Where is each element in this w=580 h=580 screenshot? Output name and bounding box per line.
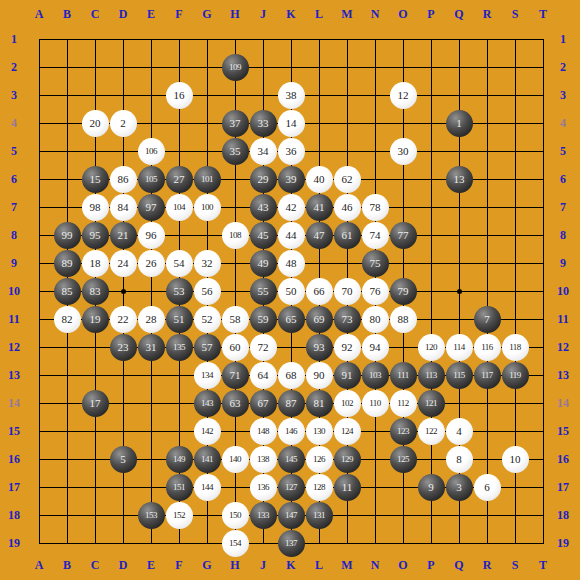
stone-white-94-N12[interactable]: 94 <box>362 334 389 361</box>
stone-white-122-P15[interactable]: 122 <box>418 418 445 445</box>
row-label-right-5: 5 <box>560 145 566 157</box>
stone-black-97-E7[interactable]: 97 <box>138 194 165 221</box>
stone-black-27-F6[interactable]: 27 <box>166 166 193 193</box>
row-label-right-15: 15 <box>557 425 569 437</box>
row-label-right-16: 16 <box>557 453 569 465</box>
move-number: 22 <box>118 314 129 325</box>
stone-white-32-G9[interactable]: 32 <box>194 250 221 277</box>
move-number: 20 <box>90 118 101 129</box>
move-number: 62 <box>342 174 353 185</box>
col-label-top-L: L <box>315 8 323 20</box>
stone-black-125-O16[interactable]: 125 <box>390 446 417 473</box>
stone-black-69-L11[interactable]: 69 <box>306 306 333 333</box>
move-number: 76 <box>370 286 381 297</box>
stone-white-78-N7[interactable]: 78 <box>362 194 389 221</box>
stone-black-17-C14[interactable]: 17 <box>82 390 109 417</box>
move-number: 79 <box>398 286 409 297</box>
stone-black-11-M17[interactable]: 11 <box>334 474 361 501</box>
stone-white-42-K7[interactable]: 42 <box>278 194 305 221</box>
stone-white-52-G11[interactable]: 52 <box>194 306 221 333</box>
move-number: 136 <box>257 483 269 492</box>
stone-black-9-P17[interactable]: 9 <box>418 474 445 501</box>
stone-black-31-E12[interactable]: 31 <box>138 334 165 361</box>
row-label-right-9: 9 <box>560 257 566 269</box>
move-number: 63 <box>230 398 241 409</box>
stone-black-83-C10[interactable]: 83 <box>82 278 109 305</box>
stone-white-82-B11[interactable]: 82 <box>54 306 81 333</box>
move-number: 73 <box>342 314 353 325</box>
stone-black-87-K14[interactable]: 87 <box>278 390 305 417</box>
stone-white-106-E5[interactable]: 106 <box>138 138 165 165</box>
stone-black-29-J6[interactable]: 29 <box>250 166 277 193</box>
move-number: 68 <box>286 370 297 381</box>
stone-white-124-M15[interactable]: 124 <box>334 418 361 445</box>
stone-black-99-B8[interactable]: 99 <box>54 222 81 249</box>
row-label-right-6: 6 <box>560 173 566 185</box>
col-label-top-T: T <box>539 8 547 20</box>
stone-white-14-K4[interactable]: 14 <box>278 110 305 137</box>
move-number: 44 <box>286 230 297 241</box>
stone-white-2-D4[interactable]: 2 <box>110 110 137 137</box>
move-number: 77 <box>398 230 409 241</box>
stone-black-51-F11[interactable]: 51 <box>166 306 193 333</box>
move-number: 144 <box>201 483 213 492</box>
col-label-top-O: O <box>398 8 407 20</box>
stone-black-45-J8[interactable]: 45 <box>250 222 277 249</box>
stone-white-44-K8[interactable]: 44 <box>278 222 305 249</box>
stone-white-126-L16[interactable]: 126 <box>306 446 333 473</box>
stone-white-74-N8[interactable]: 74 <box>362 222 389 249</box>
stone-black-37-H4[interactable]: 37 <box>222 110 249 137</box>
col-label-bottom-G: G <box>202 559 211 571</box>
move-number: 151 <box>173 483 185 492</box>
col-label-top-J: J <box>260 8 266 20</box>
move-number: 50 <box>286 286 297 297</box>
move-number: 61 <box>342 230 353 241</box>
stone-black-115-Q13[interactable]: 115 <box>446 362 473 389</box>
stone-black-61-M8[interactable]: 61 <box>334 222 361 249</box>
stone-black-129-M16[interactable]: 129 <box>334 446 361 473</box>
stone-white-136-J17[interactable]: 136 <box>250 474 277 501</box>
row-label-right-4: 4 <box>560 117 566 129</box>
col-label-bottom-B: B <box>63 559 71 571</box>
move-number: 69 <box>314 314 325 325</box>
move-number: 147 <box>285 511 297 520</box>
move-number: 60 <box>230 342 241 353</box>
move-number: 83 <box>90 286 101 297</box>
move-number: 152 <box>173 511 185 520</box>
stone-black-135-F12[interactable]: 135 <box>166 334 193 361</box>
stone-white-70-M10[interactable]: 70 <box>334 278 361 305</box>
stone-white-96-E8[interactable]: 96 <box>138 222 165 249</box>
stone-white-64-J13[interactable]: 64 <box>250 362 277 389</box>
row-label-left-11: 11 <box>8 313 19 325</box>
move-number: 100 <box>201 203 213 212</box>
stone-white-114-Q12[interactable]: 114 <box>446 334 473 361</box>
move-number: 49 <box>258 258 269 269</box>
stone-white-98-C7[interactable]: 98 <box>82 194 109 221</box>
move-number: 91 <box>342 370 353 381</box>
move-number: 5 <box>120 454 126 465</box>
stone-white-36-K5[interactable]: 36 <box>278 138 305 165</box>
stone-black-113-P13[interactable]: 113 <box>418 362 445 389</box>
stone-black-73-M11[interactable]: 73 <box>334 306 361 333</box>
stone-white-128-L17[interactable]: 128 <box>306 474 333 501</box>
row-label-left-16: 16 <box>8 453 20 465</box>
stone-white-40-L6[interactable]: 40 <box>306 166 333 193</box>
row-label-right-7: 7 <box>560 201 566 213</box>
stone-white-24-D9[interactable]: 24 <box>110 250 137 277</box>
stone-white-142-G15[interactable]: 142 <box>194 418 221 445</box>
stone-white-34-J5[interactable]: 34 <box>250 138 277 165</box>
stone-black-117-R13[interactable]: 117 <box>474 362 501 389</box>
move-number: 127 <box>285 483 297 492</box>
stone-black-145-K16[interactable]: 145 <box>278 446 305 473</box>
move-number: 150 <box>229 511 241 520</box>
stone-black-57-G12[interactable]: 57 <box>194 334 221 361</box>
stone-black-143-G14[interactable]: 143 <box>194 390 221 417</box>
move-number: 104 <box>173 203 185 212</box>
move-number: 47 <box>314 230 325 241</box>
move-number: 122 <box>425 427 437 436</box>
row-label-left-7: 7 <box>11 201 17 213</box>
move-number: 26 <box>146 258 157 269</box>
move-number: 38 <box>286 90 297 101</box>
stone-white-148-J15[interactable]: 148 <box>250 418 277 445</box>
stone-white-84-D7[interactable]: 84 <box>110 194 137 221</box>
move-number: 86 <box>118 174 129 185</box>
stone-black-79-O10[interactable]: 79 <box>390 278 417 305</box>
stone-black-77-O8[interactable]: 77 <box>390 222 417 249</box>
stone-white-22-D11[interactable]: 22 <box>110 306 137 333</box>
row-label-left-6: 6 <box>11 173 17 185</box>
move-number: 51 <box>174 314 185 325</box>
move-number: 56 <box>202 286 213 297</box>
col-label-bottom-K: K <box>286 559 295 571</box>
col-label-top-B: B <box>63 8 71 20</box>
stone-black-19-C11[interactable]: 19 <box>82 306 109 333</box>
stone-white-8-Q16[interactable]: 8 <box>446 446 473 473</box>
stone-black-13-Q6[interactable]: 13 <box>446 166 473 193</box>
stone-black-5-D16[interactable]: 5 <box>110 446 137 473</box>
move-number: 65 <box>286 314 297 325</box>
stone-black-89-B9[interactable]: 89 <box>54 250 81 277</box>
move-number: 118 <box>509 343 521 352</box>
stone-white-140-H16[interactable]: 140 <box>222 446 249 473</box>
stone-black-49-J9[interactable]: 49 <box>250 250 277 277</box>
stone-white-18-C9[interactable]: 18 <box>82 250 109 277</box>
stone-black-75-N9[interactable]: 75 <box>362 250 389 277</box>
move-number: 19 <box>90 314 101 325</box>
stone-black-65-K11[interactable]: 65 <box>278 306 305 333</box>
move-number: 110 <box>369 399 381 408</box>
col-label-top-C: C <box>91 8 100 20</box>
move-number: 9 <box>428 482 434 493</box>
col-label-top-G: G <box>202 8 211 20</box>
stone-white-54-F9[interactable]: 54 <box>166 250 193 277</box>
stone-black-133-J18[interactable]: 133 <box>250 502 277 529</box>
move-number: 129 <box>341 455 353 464</box>
move-number: 66 <box>314 286 325 297</box>
stone-white-62-M6[interactable]: 62 <box>334 166 361 193</box>
stone-black-149-F16[interactable]: 149 <box>166 446 193 473</box>
stone-white-28-E11[interactable]: 28 <box>138 306 165 333</box>
move-number: 82 <box>62 314 73 325</box>
stone-black-63-H14[interactable]: 63 <box>222 390 249 417</box>
stone-white-120-P12[interactable]: 120 <box>418 334 445 361</box>
col-label-top-H: H <box>230 8 239 20</box>
stone-black-109-H2[interactable]: 109 <box>222 54 249 81</box>
col-label-bottom-E: E <box>147 559 155 571</box>
move-number: 126 <box>313 455 325 464</box>
stone-white-92-M12[interactable]: 92 <box>334 334 361 361</box>
stone-white-30-O5[interactable]: 30 <box>390 138 417 165</box>
move-number: 31 <box>146 342 157 353</box>
move-number: 133 <box>257 511 269 520</box>
move-number: 37 <box>230 118 241 129</box>
move-number: 105 <box>145 175 157 184</box>
col-label-bottom-R: R <box>483 559 492 571</box>
row-label-right-18: 18 <box>557 509 569 521</box>
stone-white-108-H8[interactable]: 108 <box>222 222 249 249</box>
move-number: 6 <box>484 482 490 493</box>
stone-black-15-C6[interactable]: 15 <box>82 166 109 193</box>
stone-black-1-Q4[interactable]: 1 <box>446 110 473 137</box>
stone-white-50-K10[interactable]: 50 <box>278 278 305 305</box>
move-number: 115 <box>453 371 465 380</box>
stone-white-76-N10[interactable]: 76 <box>362 278 389 305</box>
stone-black-23-D12[interactable]: 23 <box>110 334 137 361</box>
stone-white-146-K15[interactable]: 146 <box>278 418 305 445</box>
col-label-top-R: R <box>483 8 492 20</box>
move-number: 14 <box>286 118 297 129</box>
stone-black-7-R11[interactable]: 7 <box>474 306 501 333</box>
col-label-bottom-Q: Q <box>454 559 463 571</box>
stone-black-131-L18[interactable]: 131 <box>306 502 333 529</box>
move-number: 10 <box>510 454 521 465</box>
stone-black-111-O13[interactable]: 111 <box>390 362 417 389</box>
stone-black-71-H13[interactable]: 71 <box>222 362 249 389</box>
stone-white-104-F7[interactable]: 104 <box>166 194 193 221</box>
row-label-right-8: 8 <box>560 229 566 241</box>
move-number: 40 <box>314 174 325 185</box>
col-label-top-K: K <box>286 8 295 20</box>
row-label-right-1: 1 <box>560 33 566 45</box>
stone-black-59-J11[interactable]: 59 <box>250 306 277 333</box>
col-label-top-E: E <box>147 8 155 20</box>
move-number: 34 <box>258 146 269 157</box>
move-number: 112 <box>397 399 409 408</box>
move-number: 88 <box>398 314 409 325</box>
col-label-bottom-D: D <box>119 559 128 571</box>
row-label-left-19: 19 <box>8 537 20 549</box>
stone-white-110-N14[interactable]: 110 <box>362 390 389 417</box>
move-number: 16 <box>174 90 185 101</box>
move-number: 67 <box>258 398 269 409</box>
move-number: 48 <box>286 258 297 269</box>
move-number: 32 <box>202 258 213 269</box>
col-label-top-M: M <box>341 8 352 20</box>
stone-black-43-J7[interactable]: 43 <box>250 194 277 221</box>
stone-white-118-S12[interactable]: 118 <box>502 334 529 361</box>
stone-white-60-H12[interactable]: 60 <box>222 334 249 361</box>
stone-black-55-J10[interactable]: 55 <box>250 278 277 305</box>
move-number: 43 <box>258 202 269 213</box>
move-number: 3 <box>456 482 462 493</box>
stone-black-41-L7[interactable]: 41 <box>306 194 333 221</box>
col-label-bottom-C: C <box>91 559 100 571</box>
stone-black-101-G6[interactable]: 101 <box>194 166 221 193</box>
stone-white-68-K13[interactable]: 68 <box>278 362 305 389</box>
stone-black-85-B10[interactable]: 85 <box>54 278 81 305</box>
move-number: 45 <box>258 230 269 241</box>
move-number: 59 <box>258 314 269 325</box>
move-number: 120 <box>425 343 437 352</box>
stone-black-47-L8[interactable]: 47 <box>306 222 333 249</box>
move-number: 128 <box>313 483 325 492</box>
stone-white-16-F3[interactable]: 16 <box>166 82 193 109</box>
col-label-bottom-M: M <box>341 559 352 571</box>
stone-black-105-E6[interactable]: 105 <box>138 166 165 193</box>
move-number: 70 <box>342 286 353 297</box>
stone-black-33-J4[interactable]: 33 <box>250 110 277 137</box>
stone-black-141-G16[interactable]: 141 <box>194 446 221 473</box>
row-label-left-5: 5 <box>11 145 17 157</box>
stone-black-119-S13[interactable]: 119 <box>502 362 529 389</box>
stone-black-147-K18[interactable]: 147 <box>278 502 305 529</box>
stone-black-93-L12[interactable]: 93 <box>306 334 333 361</box>
stone-white-116-R12[interactable]: 116 <box>474 334 501 361</box>
stone-white-4-Q15[interactable]: 4 <box>446 418 473 445</box>
move-number: 145 <box>285 455 297 464</box>
stone-white-88-O11[interactable]: 88 <box>390 306 417 333</box>
stone-white-56-G10[interactable]: 56 <box>194 278 221 305</box>
stone-white-46-M7[interactable]: 46 <box>334 194 361 221</box>
move-number: 94 <box>370 342 381 353</box>
move-number: 41 <box>314 202 325 213</box>
move-number: 99 <box>62 230 73 241</box>
move-number: 28 <box>146 314 157 325</box>
stone-black-67-J14[interactable]: 67 <box>250 390 277 417</box>
stone-white-144-G17[interactable]: 144 <box>194 474 221 501</box>
stone-white-86-D6[interactable]: 86 <box>110 166 137 193</box>
move-number: 23 <box>118 342 129 353</box>
stone-white-20-C4[interactable]: 20 <box>82 110 109 137</box>
move-number: 4 <box>456 426 462 437</box>
move-number: 146 <box>285 427 297 436</box>
move-number: 35 <box>230 146 241 157</box>
move-number: 24 <box>118 258 129 269</box>
col-label-bottom-S: S <box>512 559 519 571</box>
stone-white-134-G13[interactable]: 134 <box>194 362 221 389</box>
stone-white-72-J12[interactable]: 72 <box>250 334 277 361</box>
move-number: 124 <box>341 427 353 436</box>
stone-black-53-F10[interactable]: 53 <box>166 278 193 305</box>
move-number: 140 <box>229 455 241 464</box>
stone-white-66-L10[interactable]: 66 <box>306 278 333 305</box>
move-number: 121 <box>425 399 437 408</box>
col-label-top-P: P <box>427 8 434 20</box>
stone-white-10-S16[interactable]: 10 <box>502 446 529 473</box>
stone-black-3-Q17[interactable]: 3 <box>446 474 473 501</box>
stone-white-150-H18[interactable]: 150 <box>222 502 249 529</box>
stone-black-35-H5[interactable]: 35 <box>222 138 249 165</box>
row-label-right-12: 12 <box>557 341 569 353</box>
move-number: 108 <box>229 231 241 240</box>
move-number: 33 <box>258 118 269 129</box>
stone-white-102-M14[interactable]: 102 <box>334 390 361 417</box>
stone-white-152-F18[interactable]: 152 <box>166 502 193 529</box>
move-number: 64 <box>258 370 269 381</box>
move-number: 57 <box>202 342 213 353</box>
hoshi-D10 <box>121 289 126 294</box>
stone-black-21-D8[interactable]: 21 <box>110 222 137 249</box>
row-label-right-10: 10 <box>557 285 569 297</box>
stone-white-90-L13[interactable]: 90 <box>306 362 333 389</box>
move-number: 13 <box>454 174 465 185</box>
stone-white-130-L15[interactable]: 130 <box>306 418 333 445</box>
stone-black-103-N13[interactable]: 103 <box>362 362 389 389</box>
stone-white-154-H19[interactable]: 154 <box>222 530 249 557</box>
go-board-diagram: AABBCCDDEEFFGGHHJJKKLLMMNNOOPPQQRRSSTT11… <box>0 0 580 580</box>
stone-black-127-K17[interactable]: 127 <box>278 474 305 501</box>
stone-white-100-G7[interactable]: 100 <box>194 194 221 221</box>
row-label-right-13: 13 <box>557 369 569 381</box>
stone-white-112-O14[interactable]: 112 <box>390 390 417 417</box>
stone-white-12-O3[interactable]: 12 <box>390 82 417 109</box>
stone-white-58-H11[interactable]: 58 <box>222 306 249 333</box>
move-number: 1 <box>456 118 462 129</box>
move-number: 111 <box>397 371 408 380</box>
stone-black-91-M13[interactable]: 91 <box>334 362 361 389</box>
stone-black-39-K6[interactable]: 39 <box>278 166 305 193</box>
move-number: 54 <box>174 258 185 269</box>
stone-black-151-F17[interactable]: 151 <box>166 474 193 501</box>
move-number: 71 <box>230 370 241 381</box>
col-label-bottom-N: N <box>371 559 380 571</box>
row-label-left-9: 9 <box>11 257 17 269</box>
move-number: 85 <box>62 286 73 297</box>
stone-black-95-C8[interactable]: 95 <box>82 222 109 249</box>
move-number: 137 <box>285 539 297 548</box>
stone-white-6-R17[interactable]: 6 <box>474 474 501 501</box>
move-number: 8 <box>456 454 462 465</box>
move-number: 30 <box>398 146 409 157</box>
col-label-bottom-F: F <box>175 559 182 571</box>
stone-black-123-O15[interactable]: 123 <box>390 418 417 445</box>
row-label-left-14: 14 <box>8 397 20 409</box>
stone-white-26-E9[interactable]: 26 <box>138 250 165 277</box>
move-number: 87 <box>286 398 297 409</box>
stone-black-121-P14[interactable]: 121 <box>418 390 445 417</box>
stone-white-138-J16[interactable]: 138 <box>250 446 277 473</box>
stone-black-81-L14[interactable]: 81 <box>306 390 333 417</box>
row-label-left-2: 2 <box>11 61 17 73</box>
stone-white-38-K3[interactable]: 38 <box>278 82 305 109</box>
move-number: 42 <box>286 202 297 213</box>
stone-white-80-N11[interactable]: 80 <box>362 306 389 333</box>
move-number: 15 <box>90 174 101 185</box>
move-number: 97 <box>146 202 157 213</box>
stone-black-153-E18[interactable]: 153 <box>138 502 165 529</box>
row-label-left-4: 4 <box>11 117 17 129</box>
move-number: 130 <box>313 427 325 436</box>
move-number: 27 <box>174 174 185 185</box>
stone-white-48-K9[interactable]: 48 <box>278 250 305 277</box>
stone-black-137-K19[interactable]: 137 <box>278 530 305 557</box>
row-label-left-12: 12 <box>8 341 20 353</box>
row-label-left-3: 3 <box>11 89 17 101</box>
